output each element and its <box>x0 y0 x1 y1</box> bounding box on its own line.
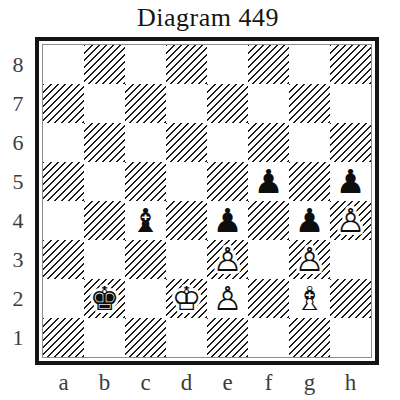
square-g6 <box>289 123 330 162</box>
square-a1 <box>43 318 84 357</box>
rank-label-7: 7 <box>4 84 32 123</box>
square-h6 <box>330 123 371 162</box>
square-g1 <box>289 318 330 357</box>
square-f7 <box>248 84 289 123</box>
file-label-e: e <box>207 368 248 398</box>
square-f8 <box>248 45 289 84</box>
square-d4 <box>166 201 207 240</box>
square-c1 <box>125 318 166 357</box>
piece-black-pawn: ♟ <box>213 201 243 240</box>
square-a8 <box>43 45 84 84</box>
square-d1 <box>166 318 207 357</box>
square-d3 <box>166 240 207 279</box>
piece-black-pawn: ♟ <box>295 201 325 240</box>
square-c3 <box>125 240 166 279</box>
piece-white-pawn: ♙ <box>336 201 366 240</box>
square-b7 <box>84 84 125 123</box>
square-g4: ♟ <box>289 201 330 240</box>
square-h1 <box>330 318 371 357</box>
square-d5 <box>166 162 207 201</box>
rank-label-5: 5 <box>4 162 32 201</box>
file-label-d: d <box>166 368 207 398</box>
square-c6 <box>125 123 166 162</box>
chess-board-frame: ♟♟♝♟♟♙♙♙♚♔♙♗ <box>35 37 379 365</box>
square-a2 <box>43 279 84 318</box>
file-label-h: h <box>330 368 371 398</box>
square-e2: ♙ <box>207 279 248 318</box>
square-e3: ♙ <box>207 240 248 279</box>
square-b5 <box>84 162 125 201</box>
square-h5: ♟ <box>330 162 371 201</box>
rank-label-8: 8 <box>4 45 32 84</box>
rank-label-6: 6 <box>4 123 32 162</box>
file-label-c: c <box>125 368 166 398</box>
square-b2: ♚ <box>84 279 125 318</box>
square-e1 <box>207 318 248 357</box>
square-d6 <box>166 123 207 162</box>
square-c7 <box>125 84 166 123</box>
piece-white-pawn: ♙ <box>213 279 243 318</box>
file-label-b: b <box>84 368 125 398</box>
rank-label-1: 1 <box>4 318 32 357</box>
square-c5 <box>125 162 166 201</box>
square-d7 <box>166 84 207 123</box>
file-label-f: f <box>248 368 289 398</box>
square-a4 <box>43 201 84 240</box>
chess-diagram-page: Diagram 449 87654321 ♟♟♝♟♟♙♙♙♚♔♙♗ abcdef… <box>0 0 400 400</box>
square-b6 <box>84 123 125 162</box>
square-e6 <box>207 123 248 162</box>
rank-labels: 87654321 <box>4 45 32 357</box>
square-a7 <box>43 84 84 123</box>
square-g3: ♙ <box>289 240 330 279</box>
piece-white-bishop: ♗ <box>295 279 325 318</box>
square-f4 <box>248 201 289 240</box>
square-f2 <box>248 279 289 318</box>
square-f1 <box>248 318 289 357</box>
square-h2 <box>330 279 371 318</box>
rank-label-2: 2 <box>4 279 32 318</box>
file-labels: abcdefgh <box>43 368 371 398</box>
square-h8 <box>330 45 371 84</box>
rank-label-3: 3 <box>4 240 32 279</box>
square-g5 <box>289 162 330 201</box>
piece-black-bishop: ♝ <box>131 201 161 240</box>
square-b8 <box>84 45 125 84</box>
square-f5: ♟ <box>248 162 289 201</box>
diagram-title: Diagram 449 <box>35 3 381 33</box>
piece-black-pawn: ♟ <box>254 162 284 201</box>
square-a5 <box>43 162 84 201</box>
square-c4: ♝ <box>125 201 166 240</box>
square-d8 <box>166 45 207 84</box>
piece-black-king: ♚ <box>90 279 120 318</box>
square-g7 <box>289 84 330 123</box>
piece-white-pawn: ♙ <box>213 240 243 279</box>
square-e8 <box>207 45 248 84</box>
square-h7 <box>330 84 371 123</box>
chess-board: ♟♟♝♟♟♙♙♙♚♔♙♗ <box>42 44 372 358</box>
piece-white-pawn: ♙ <box>295 240 325 279</box>
square-b3 <box>84 240 125 279</box>
square-a3 <box>43 240 84 279</box>
square-e5 <box>207 162 248 201</box>
square-b4 <box>84 201 125 240</box>
square-c2 <box>125 279 166 318</box>
square-g2: ♗ <box>289 279 330 318</box>
rank-label-4: 4 <box>4 201 32 240</box>
square-h4: ♙ <box>330 201 371 240</box>
piece-black-pawn: ♟ <box>336 162 366 201</box>
square-h3 <box>330 240 371 279</box>
square-e4: ♟ <box>207 201 248 240</box>
square-f6 <box>248 123 289 162</box>
file-label-a: a <box>43 368 84 398</box>
square-c8 <box>125 45 166 84</box>
square-b1 <box>84 318 125 357</box>
file-label-g: g <box>289 368 330 398</box>
square-f3 <box>248 240 289 279</box>
piece-white-king: ♔ <box>172 279 202 318</box>
square-g8 <box>289 45 330 84</box>
square-a6 <box>43 123 84 162</box>
square-d2: ♔ <box>166 279 207 318</box>
square-e7 <box>207 84 248 123</box>
